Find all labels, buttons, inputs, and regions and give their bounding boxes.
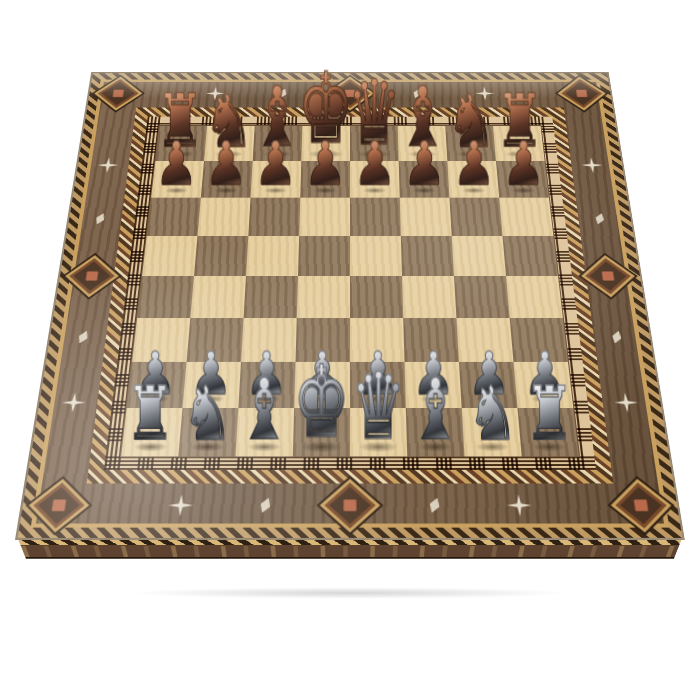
silver-knight-glyph: ♞ xyxy=(467,379,518,449)
silver-rook-glyph: ♜ xyxy=(126,379,175,449)
silver-rook-glyph: ♜ xyxy=(525,379,574,449)
silver-knight-glyph: ♞ xyxy=(182,379,233,449)
silver-bishop-glyph: ♝ xyxy=(238,370,290,450)
silver-queen-glyph: ♛ xyxy=(351,362,406,450)
copper-pawn-glyph: ♟ xyxy=(353,136,396,193)
board-ground-shadow xyxy=(45,585,655,601)
chess-board: ♜♞♝♚♛♝♞♜♟♟♟♟♟♟♟♟♟♟♟♟♟♟♟♟♜♞♝♚♛♝♞♜ xyxy=(18,73,683,538)
copper-pawn-glyph: ♟ xyxy=(403,136,446,193)
silver-bishop-glyph: ♝ xyxy=(410,370,462,450)
copper-pawn-glyph: ♟ xyxy=(205,136,248,193)
board-front-edge xyxy=(18,538,683,559)
copper-pawn-glyph: ♟ xyxy=(453,136,496,193)
photo-stage: ♜♞♝♚♛♝♞♜♟♟♟♟♟♟♟♟♟♟♟♟♟♟♟♟♜♞♝♚♛♝♞♜ xyxy=(0,0,700,700)
copper-pawn-glyph: ♟ xyxy=(155,136,198,193)
copper-pawn-glyph: ♟ xyxy=(502,136,545,193)
silver-king-glyph: ♚ xyxy=(293,356,350,450)
copper-pawn-glyph: ♟ xyxy=(254,136,297,193)
piece-layer: ♜♞♝♚♛♝♞♜♟♟♟♟♟♟♟♟♟♟♟♟♟♟♟♟♜♞♝♚♛♝♞♜ xyxy=(18,73,683,538)
copper-pawn-glyph: ♟ xyxy=(304,136,347,193)
